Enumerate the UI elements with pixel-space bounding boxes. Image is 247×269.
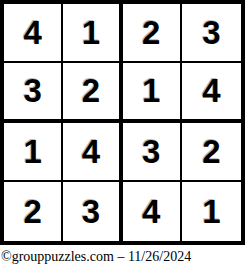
cell-r2c3: 1 xyxy=(123,63,182,122)
cell-r3c3: 3 xyxy=(123,123,182,182)
cell-r2c4: 4 xyxy=(182,63,241,122)
copyright-credit: ©grouppuzzles.com – 11/26/2024 xyxy=(1,249,191,265)
cell-r4c4: 1 xyxy=(182,182,241,241)
cell-r3c4: 2 xyxy=(182,123,241,182)
cell-r3c2: 4 xyxy=(63,123,122,182)
cell-r4c2: 3 xyxy=(63,182,122,241)
sudoku-board: 4 1 2 3 3 2 1 4 1 4 3 2 2 3 4 1 xyxy=(0,0,245,245)
cell-r3c1: 1 xyxy=(4,123,63,182)
cell-r2c2: 2 xyxy=(63,63,122,122)
cell-r1c4: 3 xyxy=(182,4,241,63)
cell-r1c3: 2 xyxy=(123,4,182,63)
cell-r2c1: 3 xyxy=(4,63,63,122)
cell-r4c1: 2 xyxy=(4,182,63,241)
cell-r1c2: 1 xyxy=(63,4,122,63)
puzzle-page: 4 1 2 3 3 2 1 4 1 4 3 2 2 3 4 1 ©grouppu… xyxy=(0,0,247,269)
cell-r1c1: 4 xyxy=(4,4,63,63)
cell-r4c3: 4 xyxy=(123,182,182,241)
